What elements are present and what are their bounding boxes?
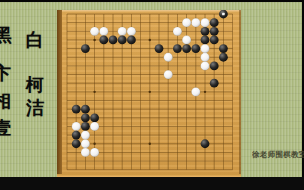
stone-black (72, 131, 81, 140)
stone-black (99, 36, 108, 45)
star-point (204, 91, 206, 93)
video-frame: 黑 卞 相 壹 白 柯 洁 徐老师围棋教室 (0, 0, 304, 190)
last-move-marker (222, 13, 225, 16)
letterbox-top (0, 0, 304, 2)
stone-white (191, 87, 200, 96)
stone-white (90, 27, 99, 36)
watermark-text: 徐老师围棋教室 (252, 150, 304, 160)
caption-black-label: 黑 (0, 26, 13, 44)
stone-black (201, 27, 210, 36)
letterbox-right (302, 0, 304, 190)
go-board-svg (57, 10, 241, 177)
stone-white (201, 62, 210, 71)
stone-black (210, 27, 219, 36)
stone-white (81, 131, 90, 140)
caption-black-name-char3: 壹 (0, 119, 13, 137)
stone-black (201, 36, 210, 45)
stone-black (219, 44, 228, 53)
star-point (149, 91, 151, 93)
stone-white (201, 53, 210, 62)
stone-black (90, 113, 99, 122)
star-point (93, 143, 95, 145)
star-point (149, 39, 151, 41)
caption-white-name-char2: 洁 (24, 99, 46, 117)
star-point (149, 143, 151, 145)
stone-black (72, 105, 81, 114)
stone-black (210, 62, 219, 71)
caption-black-name-char2: 相 (0, 92, 13, 110)
stone-black (201, 139, 210, 148)
stone-white (81, 139, 90, 148)
caption-black-name-char1: 卞 (0, 64, 13, 82)
stone-black (191, 44, 200, 53)
stone-black (182, 44, 191, 53)
stone-white (191, 18, 200, 27)
stone-white (127, 27, 136, 36)
stone-black (81, 105, 90, 114)
stone-white (164, 70, 173, 79)
star-point (93, 91, 95, 93)
caption-white-label: 白 (24, 31, 46, 49)
stone-white (201, 44, 210, 53)
stone-black (210, 36, 219, 45)
stone-white (173, 27, 182, 36)
star-point (93, 39, 95, 41)
stone-black (173, 44, 182, 53)
stone-white (72, 122, 81, 131)
stone-white (90, 148, 99, 157)
stone-black (210, 18, 219, 27)
stone-black (81, 113, 90, 122)
caption-white-name-char1: 柯 (24, 76, 46, 94)
stone-white (99, 27, 108, 36)
stone-black (118, 36, 127, 45)
stone-black (219, 53, 228, 62)
stone-white (164, 53, 173, 62)
stone-black (210, 79, 219, 88)
stone-black (127, 36, 136, 45)
stone-black (155, 44, 164, 53)
stone-black (81, 44, 90, 53)
stone-black (72, 139, 81, 148)
stone-black (81, 122, 90, 131)
stone-white (90, 122, 99, 131)
stone-white (201, 18, 210, 27)
stone-white (182, 36, 191, 45)
stone-white (118, 27, 127, 36)
stone-white (81, 148, 90, 157)
stone-black (109, 36, 118, 45)
player-bar (0, 177, 304, 190)
go-board (57, 10, 241, 177)
stone-white (182, 18, 191, 27)
